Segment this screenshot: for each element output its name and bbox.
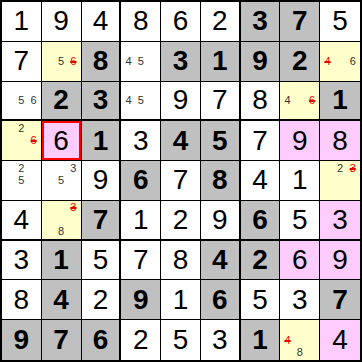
- cell-r8c5[interactable]: 1: [161, 280, 201, 320]
- given-digit: 2: [53, 86, 69, 114]
- cell-r5c1[interactable]: 25: [2, 161, 42, 201]
- cell-r5c7[interactable]: 4: [241, 161, 281, 201]
- cell-r6c6[interactable]: 9: [201, 201, 241, 241]
- given-digit: 7: [53, 326, 69, 354]
- given-digit: 8: [212, 166, 228, 194]
- cell-r4c9[interactable]: 8: [320, 121, 360, 161]
- candidate-5: 5: [135, 94, 147, 106]
- given-digit: 1: [93, 127, 109, 155]
- cell-r9c3[interactable]: 6: [82, 320, 122, 360]
- candidate-4-eliminated: 4: [281, 334, 293, 347]
- candidate-6-eliminated: 6: [306, 94, 318, 106]
- cell-r2c5[interactable]: 3: [161, 42, 201, 82]
- cell-r5c2[interactable]: 35: [42, 161, 82, 201]
- given-digit: 6: [252, 206, 268, 234]
- candidate-8: 8: [294, 346, 306, 359]
- cell-r9c7[interactable]: 1: [241, 320, 281, 360]
- solved-digit: 7: [14, 47, 30, 75]
- candidate-grid: 26: [3, 122, 40, 159]
- cell-r2c6[interactable]: 1: [201, 42, 241, 82]
- solved-digit: 5: [252, 286, 268, 314]
- cell-r1c3[interactable]: 4: [82, 2, 122, 42]
- candidate-5: 5: [15, 94, 27, 106]
- candidate-2: 2: [15, 162, 27, 174]
- cell-r5c6[interactable]: 8: [201, 161, 241, 201]
- solved-digit: 5: [332, 7, 348, 35]
- solved-digit: 7: [133, 246, 149, 274]
- given-digit: 7: [292, 7, 308, 35]
- candidate-5: 5: [135, 55, 147, 67]
- given-digit: 4: [173, 127, 189, 155]
- candidate-5: 5: [15, 174, 27, 186]
- cell-r6c3[interactable]: 7: [82, 201, 122, 241]
- candidate-4: 4: [122, 94, 134, 106]
- solved-digit: 4: [332, 326, 348, 354]
- cell-r7c1[interactable]: 3: [2, 241, 42, 281]
- sudoku-app: 1948623757568453192465623459784612661345…: [0, 0, 362, 362]
- cell-r4c5[interactable]: 4: [161, 121, 201, 161]
- cell-r3c3[interactable]: 3: [82, 82, 122, 122]
- cell-r9c6[interactable]: 3: [201, 320, 241, 360]
- cell-r2c4[interactable]: 45: [121, 42, 161, 82]
- cell-r2c8[interactable]: 2: [280, 42, 320, 82]
- solved-digit: 9: [53, 7, 69, 35]
- given-digit: 7: [93, 206, 109, 234]
- cell-r7c3[interactable]: 5: [82, 241, 122, 281]
- given-digit: 1: [332, 86, 348, 114]
- candidate-grid: 38: [43, 202, 80, 238]
- solved-digit: 8: [173, 246, 189, 274]
- cell-r6c9[interactable]: 3: [320, 201, 360, 241]
- given-digit: 1: [252, 326, 268, 354]
- candidate-3-eliminated: 3: [67, 202, 79, 214]
- given-digit: 2: [292, 47, 308, 75]
- solved-digit: 6: [173, 7, 189, 35]
- solved-digit: 1: [292, 166, 308, 194]
- cell-r1c5[interactable]: 6: [161, 2, 201, 42]
- candidate-6: 6: [346, 55, 359, 67]
- solved-digit: 2: [212, 7, 228, 35]
- candidate-5: 5: [55, 55, 67, 67]
- solved-digit: 9: [93, 166, 109, 194]
- solved-digit: 5: [93, 246, 109, 274]
- cell-r5c8[interactable]: 1: [280, 161, 320, 201]
- solved-digit: 5: [173, 326, 189, 354]
- candidate-grid: 23: [321, 162, 359, 199]
- cell-r7c2[interactable]: 1: [42, 241, 82, 281]
- cell-r9c2[interactable]: 7: [42, 320, 82, 360]
- solved-digit: 7: [173, 166, 189, 194]
- cell-r7c5[interactable]: 8: [161, 241, 201, 281]
- cell-r8c7[interactable]: 5: [241, 280, 281, 320]
- candidate-grid: 45: [122, 83, 159, 119]
- cell-r4c1[interactable]: 26: [2, 121, 42, 161]
- cell-r9c8[interactable]: 48: [280, 320, 320, 360]
- solved-digit: 9: [292, 127, 308, 155]
- solved-digit: 7: [252, 127, 268, 155]
- candidate-grid: 25: [3, 162, 40, 199]
- candidate-4: 4: [281, 94, 293, 106]
- solved-digit: 3: [14, 246, 30, 274]
- cell-r5c5[interactable]: 7: [161, 161, 201, 201]
- cell-r7c8[interactable]: 6: [280, 241, 320, 281]
- solved-digit: 2: [133, 326, 149, 354]
- cell-r2c3[interactable]: 8: [82, 42, 122, 82]
- solved-digit: 9: [173, 86, 189, 114]
- cell-r1c8[interactable]: 7: [280, 2, 320, 42]
- candidate-5: 5: [55, 174, 67, 186]
- cell-r2c2[interactable]: 56: [42, 42, 82, 82]
- cell-r1c6[interactable]: 2: [201, 2, 241, 42]
- candidate-2: 2: [15, 122, 27, 134]
- solved-digit: 3: [292, 286, 308, 314]
- cell-r4c4[interactable]: 3: [121, 121, 161, 161]
- given-digit: 2: [252, 246, 268, 274]
- given-digit: 6: [212, 286, 228, 314]
- cell-r9c9[interactable]: 4: [320, 320, 360, 360]
- candidate-grid: 48: [281, 321, 318, 359]
- cell-r5c9[interactable]: 23: [320, 161, 360, 201]
- solved-digit: 8: [332, 127, 348, 155]
- given-digit: 6: [93, 326, 109, 354]
- cell-r3c6[interactable]: 7: [201, 82, 241, 122]
- solved-digit: 8: [252, 86, 268, 114]
- solved-digit: 1: [173, 286, 189, 314]
- candidate-6: 6: [28, 94, 40, 106]
- candidate-grid: 45: [122, 43, 159, 80]
- candidate-grid: 35: [43, 162, 80, 199]
- cell-r5c3[interactable]: 9: [82, 161, 122, 201]
- given-digit: 5: [212, 127, 228, 155]
- given-digit: 3: [173, 47, 189, 75]
- given-digit: 4: [212, 246, 228, 274]
- cell-r4c6[interactable]: 5: [201, 121, 241, 161]
- solved-digit: 8: [14, 286, 30, 314]
- candidate-3: 3: [67, 162, 79, 174]
- cell-r6c5[interactable]: 2: [161, 201, 201, 241]
- candidate-3-eliminated: 3: [346, 162, 359, 174]
- cell-r9c1[interactable]: 9: [2, 320, 42, 360]
- given-digit: 9: [14, 326, 30, 354]
- cell-r2c1[interactable]: 7: [2, 42, 42, 82]
- cell-r9c4[interactable]: 2: [121, 320, 161, 360]
- given-digit: 6: [133, 166, 149, 194]
- given-digit: 1: [53, 246, 69, 274]
- given-digit: 3: [252, 7, 268, 35]
- cell-r1c9[interactable]: 5: [320, 2, 360, 42]
- solved-digit: 6: [53, 127, 69, 155]
- cell-r7c9[interactable]: 9: [320, 241, 360, 281]
- cell-r8c3[interactable]: 2: [82, 280, 122, 320]
- solved-digit: 1: [133, 206, 149, 234]
- cell-r8c6[interactable]: 6: [201, 280, 241, 320]
- cell-r7c4[interactable]: 7: [121, 241, 161, 281]
- solved-digit: 4: [14, 206, 30, 234]
- cell-r4c8[interactable]: 9: [280, 121, 320, 161]
- solved-digit: 6: [292, 246, 308, 274]
- candidate-4: 4: [122, 55, 134, 67]
- cell-r6c7[interactable]: 6: [241, 201, 281, 241]
- cell-r2c9[interactable]: 46: [320, 42, 360, 82]
- cell-r2c7[interactable]: 9: [241, 42, 281, 82]
- cell-r1c1[interactable]: 1: [2, 2, 42, 42]
- solved-digit: 3: [212, 326, 228, 354]
- cell-r7c7[interactable]: 2: [241, 241, 281, 281]
- cell-r4c2-selected[interactable]: 6: [42, 121, 82, 161]
- sudoku-board: 1948623757568453192465623459784612661345…: [0, 0, 362, 362]
- cell-r3c1[interactable]: 56: [2, 82, 42, 122]
- solved-digit: 2: [173, 206, 189, 234]
- cell-r8c1[interactable]: 8: [2, 280, 42, 320]
- cell-r6c8[interactable]: 5: [280, 201, 320, 241]
- candidate-grid: 56: [3, 83, 40, 119]
- solved-digit: 9: [212, 206, 228, 234]
- cell-r8c4[interactable]: 9: [121, 280, 161, 320]
- candidate-4-eliminated: 4: [321, 55, 334, 67]
- cell-r6c2[interactable]: 38: [42, 201, 82, 241]
- cell-r8c2[interactable]: 4: [42, 280, 82, 320]
- solved-digit: 7: [212, 86, 228, 114]
- cell-r3c4[interactable]: 45: [121, 82, 161, 122]
- candidate-2: 2: [334, 162, 347, 174]
- candidate-6-eliminated: 6: [67, 55, 79, 67]
- solved-digit: 9: [332, 246, 348, 274]
- given-digit: 9: [133, 286, 149, 314]
- cell-r4c3[interactable]: 1: [82, 121, 122, 161]
- cell-r1c4[interactable]: 8: [121, 2, 161, 42]
- cell-r5c4[interactable]: 6: [121, 161, 161, 201]
- solved-digit: 3: [332, 206, 348, 234]
- given-digit: 1: [212, 47, 228, 75]
- solved-digit: 5: [292, 206, 308, 234]
- cell-r3c8[interactable]: 46: [280, 82, 320, 122]
- candidate-grid: 46: [281, 83, 318, 119]
- cell-r3c9[interactable]: 1: [320, 82, 360, 122]
- solved-digit: 4: [93, 7, 109, 35]
- given-digit: 8: [93, 47, 109, 75]
- solved-digit: 3: [133, 127, 149, 155]
- given-digit: 7: [332, 286, 348, 314]
- cell-r8c8[interactable]: 3: [280, 280, 320, 320]
- cell-r6c4[interactable]: 1: [121, 201, 161, 241]
- given-digit: 3: [93, 86, 109, 114]
- cell-r8c9[interactable]: 7: [320, 280, 360, 320]
- cell-r1c2[interactable]: 9: [42, 2, 82, 42]
- cell-r1c7[interactable]: 3: [241, 2, 281, 42]
- given-digit: 4: [53, 286, 69, 314]
- cell-r3c7[interactable]: 8: [241, 82, 281, 122]
- solved-digit: 1: [14, 7, 30, 35]
- candidate-8: 8: [55, 226, 67, 238]
- candidate-grid: 46: [321, 43, 359, 80]
- solved-digit: 4: [252, 166, 268, 194]
- cell-r4c7[interactable]: 7: [241, 121, 281, 161]
- candidate-6-eliminated: 6: [28, 135, 40, 147]
- cell-r6c1[interactable]: 4: [2, 201, 42, 241]
- given-digit: 9: [252, 47, 268, 75]
- solved-digit: 2: [93, 286, 109, 314]
- candidate-grid: 56: [43, 43, 80, 80]
- cell-r3c5[interactable]: 9: [161, 82, 201, 122]
- cell-r9c5[interactable]: 5: [161, 320, 201, 360]
- cell-r3c2[interactable]: 2: [42, 82, 82, 122]
- solved-digit: 8: [133, 7, 149, 35]
- cell-r7c6[interactable]: 4: [201, 241, 241, 281]
